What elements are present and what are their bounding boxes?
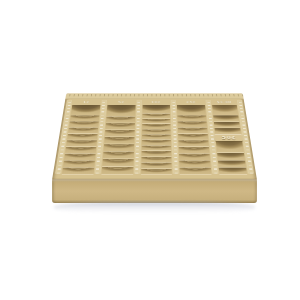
coin-slot [141,169,172,175]
coin-slot [142,105,170,114]
slot-stack [212,105,241,135]
coin-slot [179,147,210,154]
coin-slot [106,105,135,117]
denomination-label: 10¢ [151,101,161,104]
divider-label: 50¢ [221,136,236,140]
coin-slot [64,154,95,161]
coin-slot [179,154,210,161]
tray-front-face [52,179,257,203]
denomination-label: 1¢ [83,101,90,104]
denomination-label: $1.00 [216,101,231,104]
coin-slot [104,137,134,144]
denomination-label: 25¢ [186,101,196,104]
channels: 1¢5¢10¢25¢$1.0050¢ [52,99,257,180]
coin-slot [103,152,134,160]
tray-top-surface: 1¢5¢10¢25¢$1.0050¢ [52,93,257,180]
slot-stack [216,141,247,175]
coin-column-dollars-half-dollars: $1.0050¢ [211,99,255,175]
coin-column-dimes: 10¢ [140,99,173,175]
slot-stack [141,105,172,175]
coin-slot [217,153,245,160]
coin-slot [177,105,206,116]
coin-slot [101,167,133,175]
coin-slot [102,159,133,167]
coin-slot [106,117,135,124]
coin-slot [218,160,246,167]
coin-slot [216,141,244,153]
coin-column-nickels: 5¢ [100,99,136,175]
slot-stack [101,105,135,175]
coin-tray: 1¢5¢10¢25¢$1.0050¢ [52,44,257,180]
coin-slot [65,147,96,154]
coin-slot [63,161,95,168]
denomination-label: 5¢ [118,101,125,104]
product-photo: 1¢5¢10¢25¢$1.0050¢ [0,0,300,300]
coin-slot [212,105,238,116]
coin-slot [103,144,134,151]
coin-slot [104,130,134,137]
coin-slot [71,105,100,116]
coin-slot [62,168,94,175]
coin-slot [219,167,248,174]
floor-reflection [54,202,255,213]
divider-50c: 50¢ [214,135,243,141]
coin-slot [105,123,134,130]
coin-slot [180,168,212,175]
coin-slot [179,161,210,168]
